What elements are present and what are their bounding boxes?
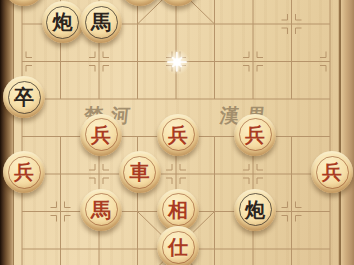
piece-red-advisor[interactable]: 仕 (157, 226, 199, 265)
piece-glyph: 兵 (245, 125, 265, 145)
piece-black-soldier[interactable]: 卒 (3, 76, 45, 118)
piece-glyph: 兵 (14, 162, 34, 182)
piece-glyph: 炮 (245, 200, 265, 220)
piece-glyph: 車 (130, 162, 150, 182)
piece-red-soldier-i[interactable]: 兵 (311, 151, 353, 193)
piece-black-cannon-right[interactable]: 炮 (234, 189, 276, 231)
piece-glyph: 兵 (322, 162, 342, 182)
piece-red-soldier-c[interactable]: 兵 (80, 114, 122, 156)
piece-red-elephant[interactable]: 相 (157, 189, 199, 231)
piece-black-horse[interactable]: 馬 (80, 1, 122, 43)
piece-black-cannon-left[interactable]: 炮 (42, 1, 84, 43)
piece-glyph: 仕 (168, 237, 188, 257)
piece-glyph: 卒 (14, 87, 34, 107)
xiangqi-board: 楚河 漢界 炮馬卒兵兵兵兵車兵馬相炮仕 (0, 0, 354, 265)
piece-red-chariot[interactable]: 車 (119, 151, 161, 193)
piece-glyph: 兵 (91, 125, 111, 145)
board-left-edge (0, 0, 13, 265)
board-right-edge (340, 0, 354, 265)
piece-glyph: 相 (168, 200, 188, 220)
piece-red-soldier-e[interactable]: 兵 (157, 114, 199, 156)
piece-red-soldier-a[interactable]: 兵 (3, 151, 45, 193)
piece-glyph: 馬 (91, 200, 111, 220)
piece-red-horse[interactable]: 馬 (80, 189, 122, 231)
piece-glyph: 炮 (53, 12, 73, 32)
piece-red-soldier-g[interactable]: 兵 (234, 114, 276, 156)
piece-glyph: 兵 (168, 125, 188, 145)
piece-glyph: 馬 (91, 12, 111, 32)
